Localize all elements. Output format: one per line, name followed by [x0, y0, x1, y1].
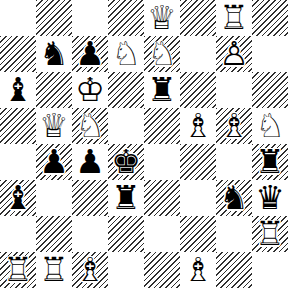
square-g7[interactable]: ♟♙ [216, 36, 252, 72]
square-f6[interactable] [180, 72, 216, 108]
square-b7[interactable]: ♞♞ [36, 36, 72, 72]
piece-black-bishop[interactable]: ♝♝ [0, 180, 36, 216]
white-knight-icon: ♘ [72, 108, 108, 144]
square-h5[interactable]: ♞♘ [252, 108, 288, 144]
square-d4[interactable]: ♚♚ [108, 144, 144, 180]
white-rook-icon: ♖ [252, 216, 288, 252]
white-bishop-icon: ♗ [180, 108, 216, 144]
square-g4[interactable] [216, 144, 252, 180]
square-e3[interactable] [144, 180, 180, 216]
piece-white-knight[interactable]: ♞♘ [72, 108, 108, 144]
piece-black-king[interactable]: ♚♚ [108, 144, 144, 180]
square-e4[interactable] [144, 144, 180, 180]
square-h4[interactable]: ♜♜ [252, 144, 288, 180]
square-b3[interactable] [36, 180, 72, 216]
black-bishop-icon: ♝ [0, 180, 36, 216]
black-rook-icon: ♜ [144, 72, 180, 108]
white-rook-icon: ♖ [216, 0, 252, 36]
white-knight-icon: ♘ [108, 36, 144, 72]
square-d8[interactable] [108, 0, 144, 36]
square-b1[interactable]: ♜♖ [36, 252, 72, 288]
square-b5[interactable]: ♛♕ [36, 108, 72, 144]
square-f1[interactable]: ♝♗ [180, 252, 216, 288]
piece-black-pawn[interactable]: ♟♟ [72, 144, 108, 180]
black-rook-icon: ♜ [108, 180, 144, 216]
square-a3[interactable]: ♝♝ [0, 180, 36, 216]
piece-white-bishop[interactable]: ♝♗ [180, 252, 216, 288]
black-pawn-icon: ♟ [36, 144, 72, 180]
piece-white-rook[interactable]: ♜♖ [36, 252, 72, 288]
square-a1[interactable]: ♜♖ [0, 252, 36, 288]
piece-black-rook[interactable]: ♜♜ [108, 180, 144, 216]
piece-white-knight[interactable]: ♞♘ [144, 36, 180, 72]
white-rook-icon: ♖ [36, 252, 72, 288]
square-c4[interactable]: ♟♟ [72, 144, 108, 180]
piece-black-rook[interactable]: ♜♜ [252, 144, 288, 180]
piece-white-bishop[interactable]: ♝♗ [216, 108, 252, 144]
square-a5[interactable] [0, 108, 36, 144]
square-d2[interactable] [108, 216, 144, 252]
piece-black-pawn[interactable]: ♟♟ [36, 144, 72, 180]
piece-white-rook[interactable]: ♜♖ [252, 216, 288, 252]
square-e7[interactable]: ♞♘ [144, 36, 180, 72]
white-king-icon: ♔ [72, 72, 108, 108]
square-b2[interactable] [36, 216, 72, 252]
square-c1[interactable]: ♝♗ [72, 252, 108, 288]
black-pawn-icon: ♟ [72, 144, 108, 180]
piece-white-queen[interactable]: ♛♕ [144, 0, 180, 36]
black-pawn-icon: ♟ [72, 36, 108, 72]
piece-white-knight[interactable]: ♞♘ [108, 36, 144, 72]
square-c2[interactable] [72, 216, 108, 252]
square-h1[interactable] [252, 252, 288, 288]
square-g1[interactable] [216, 252, 252, 288]
square-e8[interactable]: ♛♕ [144, 0, 180, 36]
white-queen-icon: ♕ [144, 0, 180, 36]
square-c8[interactable] [72, 0, 108, 36]
white-bishop-icon: ♗ [180, 252, 216, 288]
square-h3[interactable]: ♛♛ [252, 180, 288, 216]
piece-white-king[interactable]: ♚♔ [72, 72, 108, 108]
square-a2[interactable] [0, 216, 36, 252]
black-rook-icon: ♜ [252, 144, 288, 180]
square-f4[interactable] [180, 144, 216, 180]
square-c5[interactable]: ♞♘ [72, 108, 108, 144]
square-f3[interactable] [180, 180, 216, 216]
piece-white-bishop[interactable]: ♝♗ [72, 252, 108, 288]
white-pawn-icon: ♙ [216, 36, 252, 72]
chess-board: ♛♕♜♖♞♞♟♟♞♘♞♘♟♙♝♝♚♔♜♜♛♕♞♘♝♗♝♗♞♘♟♟♟♟♚♚♜♜♝♝… [0, 0, 288, 288]
square-d1[interactable] [108, 252, 144, 288]
square-d7[interactable]: ♞♘ [108, 36, 144, 72]
square-a6[interactable]: ♝♝ [0, 72, 36, 108]
piece-white-pawn[interactable]: ♟♙ [216, 36, 252, 72]
piece-black-knight[interactable]: ♞♞ [216, 180, 252, 216]
square-g8[interactable]: ♜♖ [216, 0, 252, 36]
piece-white-knight[interactable]: ♞♘ [252, 108, 288, 144]
black-bishop-icon: ♝ [0, 72, 36, 108]
piece-black-rook[interactable]: ♜♜ [144, 72, 180, 108]
square-c6[interactable]: ♚♔ [72, 72, 108, 108]
black-knight-icon: ♞ [36, 36, 72, 72]
white-rook-icon: ♖ [0, 252, 36, 288]
white-knight-icon: ♘ [144, 36, 180, 72]
square-e1[interactable] [144, 252, 180, 288]
piece-black-bishop[interactable]: ♝♝ [0, 72, 36, 108]
square-f7[interactable] [180, 36, 216, 72]
square-a4[interactable] [0, 144, 36, 180]
black-king-icon: ♚ [108, 144, 144, 180]
square-d3[interactable]: ♜♜ [108, 180, 144, 216]
white-queen-icon: ♕ [36, 108, 72, 144]
piece-white-queen[interactable]: ♛♕ [36, 108, 72, 144]
square-c7[interactable]: ♟♟ [72, 36, 108, 72]
square-h8[interactable] [252, 0, 288, 36]
black-knight-icon: ♞ [216, 180, 252, 216]
square-h6[interactable] [252, 72, 288, 108]
square-h7[interactable] [252, 36, 288, 72]
square-a7[interactable] [0, 36, 36, 72]
piece-black-pawn[interactable]: ♟♟ [72, 36, 108, 72]
piece-white-bishop[interactable]: ♝♗ [180, 108, 216, 144]
square-b6[interactable] [36, 72, 72, 108]
square-g3[interactable]: ♞♞ [216, 180, 252, 216]
square-h2[interactable]: ♜♖ [252, 216, 288, 252]
square-f8[interactable] [180, 0, 216, 36]
square-g2[interactable] [216, 216, 252, 252]
square-e6[interactable]: ♜♜ [144, 72, 180, 108]
square-e2[interactable] [144, 216, 180, 252]
white-bishop-icon: ♗ [216, 108, 252, 144]
white-bishop-icon: ♗ [72, 252, 108, 288]
square-g6[interactable] [216, 72, 252, 108]
square-d6[interactable] [108, 72, 144, 108]
square-f5[interactable]: ♝♗ [180, 108, 216, 144]
square-d5[interactable] [108, 108, 144, 144]
piece-black-knight[interactable]: ♞♞ [36, 36, 72, 72]
square-b4[interactable]: ♟♟ [36, 144, 72, 180]
square-g5[interactable]: ♝♗ [216, 108, 252, 144]
piece-black-queen[interactable]: ♛♛ [252, 180, 288, 216]
square-f2[interactable] [180, 216, 216, 252]
square-c3[interactable] [72, 180, 108, 216]
piece-white-rook[interactable]: ♜♖ [216, 0, 252, 36]
square-e5[interactable] [144, 108, 180, 144]
square-b8[interactable] [36, 0, 72, 36]
white-knight-icon: ♘ [252, 108, 288, 144]
square-a8[interactable] [0, 0, 36, 36]
black-queen-icon: ♛ [252, 180, 288, 216]
piece-white-rook[interactable]: ♜♖ [0, 252, 36, 288]
